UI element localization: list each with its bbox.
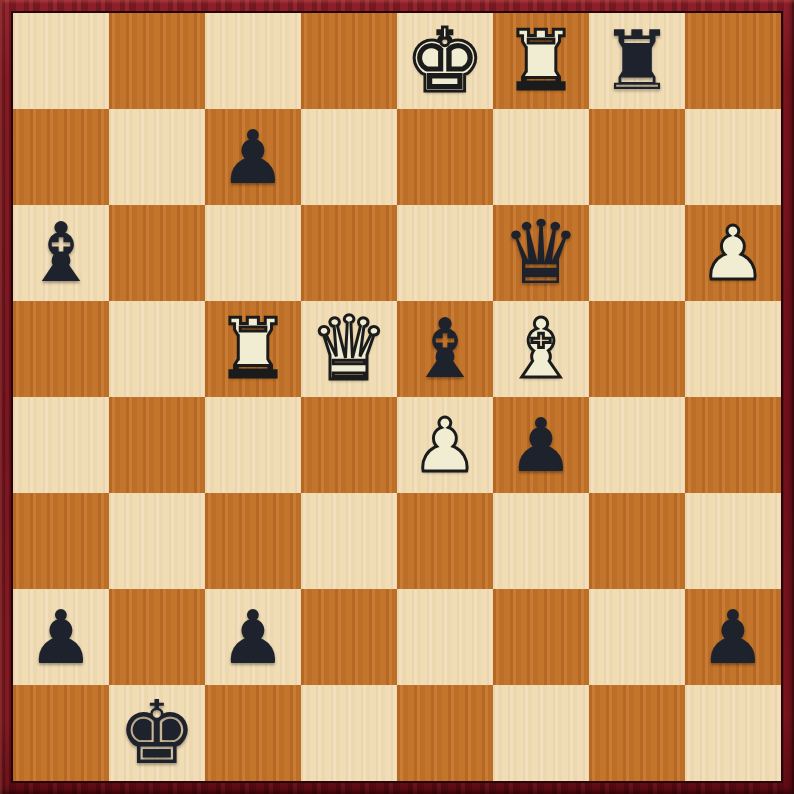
- square-d6[interactable]: [301, 205, 397, 301]
- white-pawn-piece[interactable]: ♟: [412, 408, 478, 482]
- square-d2[interactable]: [301, 589, 397, 685]
- square-e4[interactable]: ♟: [397, 397, 493, 493]
- square-g3[interactable]: [589, 493, 685, 589]
- black-bishop-piece[interactable]: ♝: [408, 308, 482, 390]
- black-rook-piece[interactable]: ♜: [600, 20, 674, 102]
- square-c6[interactable]: [205, 205, 301, 301]
- black-pawn-piece[interactable]: ♟: [700, 600, 766, 674]
- black-king-piece[interactable]: ♚: [118, 689, 197, 777]
- square-d7[interactable]: [301, 109, 397, 205]
- black-pawn-piece[interactable]: ♟: [28, 600, 94, 674]
- square-d4[interactable]: [301, 397, 397, 493]
- square-g8[interactable]: ♜: [589, 13, 685, 109]
- black-queen-piece[interactable]: ♛: [502, 209, 581, 297]
- white-rook-piece[interactable]: ♜: [504, 20, 578, 102]
- square-c7[interactable]: ♟: [205, 109, 301, 205]
- square-a4[interactable]: [13, 397, 109, 493]
- square-a1[interactable]: [13, 685, 109, 781]
- square-b4[interactable]: [109, 397, 205, 493]
- white-king-piece[interactable]: ♚: [406, 17, 485, 105]
- square-f6[interactable]: ♛: [493, 205, 589, 301]
- square-f4[interactable]: ♟: [493, 397, 589, 493]
- square-c2[interactable]: ♟: [205, 589, 301, 685]
- square-f5[interactable]: ♝: [493, 301, 589, 397]
- black-bishop-piece[interactable]: ♝: [24, 212, 98, 294]
- square-b5[interactable]: [109, 301, 205, 397]
- black-pawn-piece[interactable]: ♟: [220, 600, 286, 674]
- square-d8[interactable]: [301, 13, 397, 109]
- square-e2[interactable]: [397, 589, 493, 685]
- square-h3[interactable]: [685, 493, 781, 589]
- white-bishop-piece[interactable]: ♝: [504, 308, 578, 390]
- square-h6[interactable]: ♟: [685, 205, 781, 301]
- square-h5[interactable]: [685, 301, 781, 397]
- square-c1[interactable]: [205, 685, 301, 781]
- square-h7[interactable]: [685, 109, 781, 205]
- white-queen-piece[interactable]: ♛: [310, 305, 389, 393]
- square-f8[interactable]: ♜: [493, 13, 589, 109]
- square-c4[interactable]: [205, 397, 301, 493]
- square-g2[interactable]: [589, 589, 685, 685]
- square-e6[interactable]: [397, 205, 493, 301]
- square-b3[interactable]: [109, 493, 205, 589]
- black-pawn-piece[interactable]: ♟: [220, 120, 286, 194]
- square-a7[interactable]: [13, 109, 109, 205]
- black-pawn-piece[interactable]: ♟: [508, 408, 574, 482]
- square-a6[interactable]: ♝: [13, 205, 109, 301]
- square-h8[interactable]: [685, 13, 781, 109]
- square-c5[interactable]: ♜: [205, 301, 301, 397]
- square-b2[interactable]: [109, 589, 205, 685]
- chess-board-frame: ♚♜♜♟♝♛♟♜♛♝♝♟♟♟♟♟♚: [0, 0, 794, 794]
- square-a3[interactable]: [13, 493, 109, 589]
- square-b1[interactable]: ♚: [109, 685, 205, 781]
- square-a5[interactable]: [13, 301, 109, 397]
- square-e3[interactable]: [397, 493, 493, 589]
- square-g7[interactable]: [589, 109, 685, 205]
- square-e1[interactable]: [397, 685, 493, 781]
- square-h2[interactable]: ♟: [685, 589, 781, 685]
- square-e8[interactable]: ♚: [397, 13, 493, 109]
- square-h4[interactable]: [685, 397, 781, 493]
- square-e7[interactable]: [397, 109, 493, 205]
- square-d3[interactable]: [301, 493, 397, 589]
- square-f2[interactable]: [493, 589, 589, 685]
- chess-board: ♚♜♜♟♝♛♟♜♛♝♝♟♟♟♟♟♚: [11, 11, 783, 783]
- square-d1[interactable]: [301, 685, 397, 781]
- square-b7[interactable]: [109, 109, 205, 205]
- square-h1[interactable]: [685, 685, 781, 781]
- square-f7[interactable]: [493, 109, 589, 205]
- square-c3[interactable]: [205, 493, 301, 589]
- square-f1[interactable]: [493, 685, 589, 781]
- white-pawn-piece[interactable]: ♟: [700, 216, 766, 290]
- square-a8[interactable]: [13, 13, 109, 109]
- square-b6[interactable]: [109, 205, 205, 301]
- square-g1[interactable]: [589, 685, 685, 781]
- square-g4[interactable]: [589, 397, 685, 493]
- square-a2[interactable]: ♟: [13, 589, 109, 685]
- square-b8[interactable]: [109, 13, 205, 109]
- square-f3[interactable]: [493, 493, 589, 589]
- square-g5[interactable]: [589, 301, 685, 397]
- white-rook-piece[interactable]: ♜: [216, 308, 290, 390]
- square-e5[interactable]: ♝: [397, 301, 493, 397]
- square-c8[interactable]: [205, 13, 301, 109]
- square-g6[interactable]: [589, 205, 685, 301]
- square-d5[interactable]: ♛: [301, 301, 397, 397]
